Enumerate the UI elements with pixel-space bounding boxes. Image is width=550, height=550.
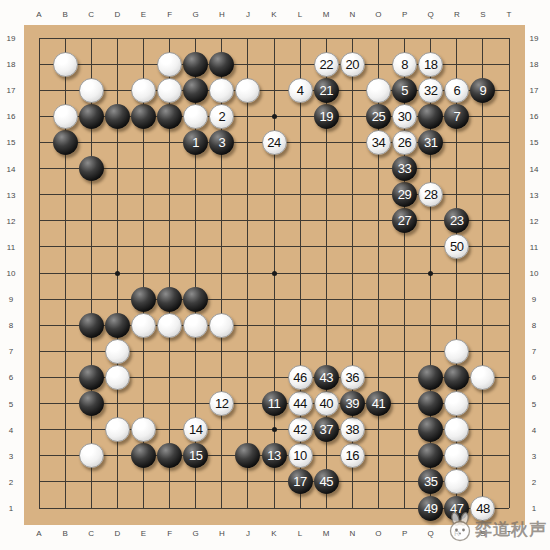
row-label-left-9: 9: [2, 295, 20, 304]
row-label-right-2: 2: [525, 478, 543, 487]
col-label-top-Q: Q: [422, 10, 440, 19]
row-label-left-11: 11: [2, 243, 20, 252]
row-label-right-11: 11: [525, 243, 543, 252]
move-number: 47: [450, 502, 463, 515]
row-label-left-10: 10: [2, 269, 20, 278]
stone-black-M2-move-45[interactable]: 45: [314, 469, 339, 494]
stone-white-D4[interactable]: [105, 417, 130, 442]
move-number: 37: [319, 423, 332, 436]
stone-white-E17[interactable]: [131, 78, 156, 103]
row-label-right-5: 5: [525, 400, 543, 409]
col-label-top-K: K: [265, 10, 283, 19]
col-label-bottom-L: L: [291, 529, 309, 538]
stone-white-D6[interactable]: [105, 365, 130, 390]
stone-black-R1-move-47[interactable]: 47: [444, 496, 469, 521]
stone-white-G8[interactable]: [183, 313, 208, 338]
row-label-left-17: 17: [2, 86, 20, 95]
row-label-left-4: 4: [2, 426, 20, 435]
move-number: 28: [424, 188, 437, 201]
stone-white-B16[interactable]: [53, 104, 78, 129]
row-label-right-14: 14: [525, 165, 543, 174]
move-number: 45: [319, 475, 332, 488]
move-number: 48: [476, 502, 489, 515]
row-label-right-18: 18: [525, 60, 543, 69]
row-label-left-7: 7: [2, 347, 20, 356]
move-number: 23: [450, 214, 463, 227]
move-number: 21: [319, 84, 332, 97]
stone-black-M6-move-43[interactable]: 43: [314, 365, 339, 390]
stone-black-E16[interactable]: [131, 104, 156, 129]
stone-white-P18-move-8[interactable]: 8: [392, 52, 417, 77]
row-label-left-12: 12: [2, 217, 20, 226]
stone-white-N4-move-38[interactable]: 38: [340, 417, 365, 442]
row-label-left-13: 13: [2, 191, 20, 200]
row-label-left-8: 8: [2, 321, 20, 330]
col-label-bottom-Q: Q: [422, 529, 440, 538]
move-number: 3: [218, 136, 225, 149]
stone-black-P17-move-5[interactable]: 5: [392, 78, 417, 103]
stone-white-O15-move-34[interactable]: 34: [366, 130, 391, 155]
col-label-top-R: R: [448, 10, 466, 19]
stone-white-L4-move-42[interactable]: 42: [288, 417, 313, 442]
stone-white-L5-move-44[interactable]: 44: [288, 391, 313, 416]
stone-white-L17-move-4[interactable]: 4: [288, 78, 313, 103]
col-label-bottom-H: H: [213, 529, 231, 538]
stone-black-K3-move-13[interactable]: 13: [262, 443, 287, 468]
col-label-top-T: T: [500, 10, 518, 19]
move-number: 36: [346, 371, 359, 384]
stone-white-L6-move-46[interactable]: 46: [288, 365, 313, 390]
stone-white-L3-move-10[interactable]: 10: [288, 443, 313, 468]
row-label-right-7: 7: [525, 347, 543, 356]
col-label-bottom-G: G: [187, 529, 205, 538]
stone-white-D7[interactable]: [105, 339, 130, 364]
stone-white-R17-move-6[interactable]: 6: [444, 78, 469, 103]
col-label-bottom-N: N: [343, 529, 361, 538]
move-number: 22: [319, 58, 332, 71]
stone-black-G18[interactable]: [183, 52, 208, 77]
stone-white-G16[interactable]: [183, 104, 208, 129]
col-label-bottom-B: B: [56, 529, 74, 538]
move-number: 10: [293, 449, 306, 462]
move-number: 24: [267, 136, 280, 149]
stone-white-C17[interactable]: [79, 78, 104, 103]
move-number: 32: [424, 84, 437, 97]
stone-black-E9[interactable]: [131, 287, 156, 312]
move-number: 29: [398, 188, 411, 201]
move-number: 15: [189, 449, 202, 462]
col-label-bottom-J: J: [239, 529, 257, 538]
row-label-right-8: 8: [525, 321, 543, 330]
col-label-top-H: H: [213, 10, 231, 19]
stone-white-J17[interactable]: [235, 78, 260, 103]
stone-black-Q15-move-31[interactable]: 31: [418, 130, 443, 155]
row-label-left-1: 1: [2, 504, 20, 513]
col-label-top-G: G: [187, 10, 205, 19]
move-number: 39: [346, 397, 359, 410]
row-label-left-19: 19: [2, 34, 20, 43]
move-number: 49: [424, 502, 437, 515]
stone-white-P16-move-30[interactable]: 30: [392, 104, 417, 129]
move-number: 16: [346, 449, 359, 462]
col-label-top-N: N: [343, 10, 361, 19]
stone-black-C8[interactable]: [79, 313, 104, 338]
col-label-bottom-E: E: [134, 529, 152, 538]
stone-white-F17[interactable]: [157, 78, 182, 103]
stone-black-N5-move-39[interactable]: 39: [340, 391, 365, 416]
move-number: 46: [293, 371, 306, 384]
move-number: 42: [293, 423, 306, 436]
stone-black-Q16[interactable]: [418, 104, 443, 129]
stone-white-C3[interactable]: [79, 443, 104, 468]
move-number: 9: [480, 84, 487, 97]
stone-white-P15-move-26[interactable]: 26: [392, 130, 417, 155]
move-number: 30: [398, 110, 411, 123]
stone-white-O17[interactable]: [366, 78, 391, 103]
col-label-top-L: L: [291, 10, 309, 19]
row-label-right-17: 17: [525, 86, 543, 95]
row-label-right-15: 15: [525, 138, 543, 147]
stone-black-Q6[interactable]: [418, 365, 443, 390]
move-number: 43: [319, 371, 332, 384]
stone-black-F16[interactable]: [157, 104, 182, 129]
col-label-bottom-A: A: [30, 529, 48, 538]
move-number: 20: [346, 58, 359, 71]
row-label-right-19: 19: [525, 34, 543, 43]
col-label-bottom-T: T: [500, 529, 518, 538]
row-label-left-2: 2: [2, 478, 20, 487]
move-number: 1: [192, 136, 199, 149]
stone-white-M18-move-22[interactable]: 22: [314, 52, 339, 77]
row-label-left-3: 3: [2, 452, 20, 461]
stone-black-C14[interactable]: [79, 156, 104, 181]
stone-white-R7[interactable]: [444, 339, 469, 364]
stone-white-Q18-move-18[interactable]: 18: [418, 52, 443, 77]
stone-black-M4-move-37[interactable]: 37: [314, 417, 339, 442]
move-number: 18: [424, 58, 437, 71]
stone-black-Q1-move-49[interactable]: 49: [418, 496, 443, 521]
stone-black-G15-move-1[interactable]: 1: [183, 130, 208, 155]
stone-black-H18[interactable]: [209, 52, 234, 77]
stone-white-F18[interactable]: [157, 52, 182, 77]
col-label-bottom-O: O: [369, 529, 387, 538]
stone-black-G9[interactable]: [183, 287, 208, 312]
move-number: 26: [398, 136, 411, 149]
row-label-right-3: 3: [525, 452, 543, 461]
stone-white-F8[interactable]: [157, 313, 182, 338]
stone-black-D8[interactable]: [105, 313, 130, 338]
row-label-left-5: 5: [2, 400, 20, 409]
row-label-right-13: 13: [525, 191, 543, 200]
col-label-bottom-R: R: [448, 529, 466, 538]
stone-black-L2-move-17[interactable]: 17: [288, 469, 313, 494]
stone-black-K5-move-11[interactable]: 11: [262, 391, 287, 416]
row-label-right-1: 1: [525, 504, 543, 513]
move-number: 33: [398, 162, 411, 175]
row-label-right-16: 16: [525, 112, 543, 121]
col-label-bottom-K: K: [265, 529, 283, 538]
col-label-top-F: F: [161, 10, 179, 19]
stone-white-K15-move-24[interactable]: 24: [262, 130, 287, 155]
col-label-top-M: M: [317, 10, 335, 19]
col-label-top-P: P: [396, 10, 414, 19]
stone-white-N6-move-36[interactable]: 36: [340, 365, 365, 390]
move-number: 14: [189, 423, 202, 436]
col-label-top-D: D: [108, 10, 126, 19]
stone-white-N3-move-16[interactable]: 16: [340, 443, 365, 468]
row-label-left-16: 16: [2, 112, 20, 121]
move-number: 27: [398, 214, 411, 227]
move-number: 40: [319, 397, 332, 410]
col-label-top-E: E: [134, 10, 152, 19]
stone-black-M16-move-19[interactable]: 19: [314, 104, 339, 129]
stone-white-H8[interactable]: [209, 313, 234, 338]
row-label-left-6: 6: [2, 373, 20, 382]
col-label-top-B: B: [56, 10, 74, 19]
move-number: 35: [424, 475, 437, 488]
stone-white-S1-move-48[interactable]: 48: [470, 496, 495, 521]
stone-white-E8[interactable]: [131, 313, 156, 338]
stone-white-N18-move-20[interactable]: 20: [340, 52, 365, 77]
row-label-right-9: 9: [525, 295, 543, 304]
col-label-top-S: S: [474, 10, 492, 19]
stone-white-H17[interactable]: [209, 78, 234, 103]
move-number: 13: [267, 449, 280, 462]
move-number: 17: [293, 475, 306, 488]
col-label-top-J: J: [239, 10, 257, 19]
row-label-right-12: 12: [525, 217, 543, 226]
stone-white-H16-move-2[interactable]: 2: [209, 104, 234, 129]
stone-white-M5-move-40[interactable]: 40: [314, 391, 339, 416]
col-label-bottom-C: C: [82, 529, 100, 538]
move-number: 19: [319, 110, 332, 123]
move-number: 11: [268, 397, 281, 410]
row-label-right-4: 4: [525, 426, 543, 435]
move-number: 41: [372, 397, 385, 410]
stone-black-O5-move-41[interactable]: 41: [366, 391, 391, 416]
stone-black-C6[interactable]: [79, 365, 104, 390]
stone-black-F9[interactable]: [157, 287, 182, 312]
row-label-right-6: 6: [525, 373, 543, 382]
col-label-bottom-D: D: [108, 529, 126, 538]
move-number: 12: [215, 397, 228, 410]
move-number: 25: [372, 110, 385, 123]
row-label-left-15: 15: [2, 138, 20, 147]
stone-black-O16-move-25[interactable]: 25: [366, 104, 391, 129]
row-label-left-18: 18: [2, 60, 20, 69]
move-number: 38: [346, 423, 359, 436]
stone-black-S17-move-9[interactable]: 9: [470, 78, 495, 103]
col-label-bottom-S: S: [474, 529, 492, 538]
stone-white-B18[interactable]: [53, 52, 78, 77]
go-diagram: 1234567891011121314151617181920212223242…: [0, 0, 550, 550]
move-number: 5: [401, 84, 408, 97]
col-label-bottom-P: P: [396, 529, 414, 538]
stone-black-B15[interactable]: [53, 130, 78, 155]
col-label-top-C: C: [82, 10, 100, 19]
stone-black-G17[interactable]: [183, 78, 208, 103]
move-number: 2: [218, 110, 225, 123]
move-number: 34: [372, 136, 385, 149]
row-label-left-14: 14: [2, 165, 20, 174]
row-label-right-10: 10: [525, 269, 543, 278]
col-label-bottom-F: F: [161, 529, 179, 538]
stone-white-E4[interactable]: [131, 417, 156, 442]
stone-black-C5[interactable]: [79, 391, 104, 416]
move-number: 4: [297, 84, 304, 97]
col-label-bottom-M: M: [317, 529, 335, 538]
stone-black-D16[interactable]: [105, 104, 130, 129]
move-number: 7: [453, 110, 460, 123]
stone-black-M17-move-21[interactable]: 21: [314, 78, 339, 103]
move-number: 6: [453, 84, 460, 97]
move-number: 31: [424, 136, 437, 149]
col-label-top-O: O: [369, 10, 387, 19]
move-number: 44: [293, 397, 306, 410]
stone-white-Q17-move-32[interactable]: 32: [418, 78, 443, 103]
stone-black-R16-move-7[interactable]: 7: [444, 104, 469, 129]
move-number: 8: [401, 58, 408, 71]
col-label-top-A: A: [30, 10, 48, 19]
stone-black-C16[interactable]: [79, 104, 104, 129]
move-number: 50: [450, 240, 463, 253]
